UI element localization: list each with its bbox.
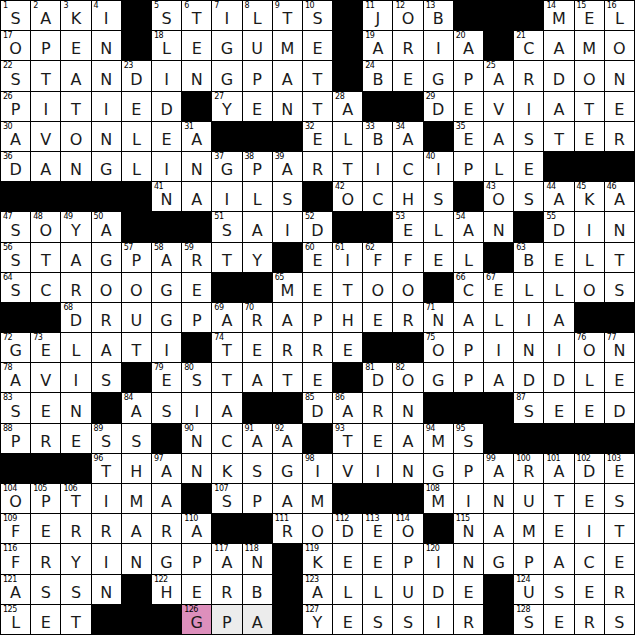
- cell-8-18[interactable]: E: [544, 243, 573, 272]
- cell-12-9[interactable]: T: [273, 363, 302, 392]
- cell-15-11[interactable]: V: [333, 454, 362, 483]
- cell-17-3[interactable]: R: [92, 514, 121, 543]
- cell-5-12[interactable]: I: [363, 152, 392, 181]
- cell-0-13[interactable]: 12O: [393, 1, 422, 30]
- cell-14-7[interactable]: C: [212, 424, 241, 453]
- cell-4-16[interactable]: A: [484, 122, 513, 151]
- cell-8-0[interactable]: 56S: [1, 243, 30, 272]
- cell-20-2[interactable]: T: [61, 605, 90, 634]
- cell-5-7[interactable]: 37G: [212, 152, 241, 181]
- cell-16-17[interactable]: U: [514, 484, 543, 513]
- cell-0-19[interactable]: 15E: [575, 1, 604, 30]
- cell-7-10[interactable]: 52D: [303, 212, 332, 241]
- cell-3-17[interactable]: I: [514, 92, 543, 121]
- cell-18-3[interactable]: I: [92, 544, 121, 573]
- cell-14-11[interactable]: 93T: [333, 424, 362, 453]
- cell-7-14[interactable]: L: [424, 212, 453, 241]
- cell-11-5[interactable]: I: [152, 333, 181, 362]
- cell-2-3[interactable]: N: [92, 61, 121, 90]
- cell-11-3[interactable]: A: [92, 333, 121, 362]
- cell-3-4[interactable]: E: [122, 92, 151, 121]
- cell-3-5[interactable]: D: [152, 92, 181, 121]
- cell-8-5[interactable]: 58A: [152, 243, 181, 272]
- cell-18-14[interactable]: 120I: [424, 544, 453, 573]
- cell-11-15[interactable]: P: [454, 333, 483, 362]
- cell-9-3[interactable]: O: [92, 273, 121, 302]
- cell-11-16[interactable]: I: [484, 333, 513, 362]
- cell-8-11[interactable]: 61I: [333, 243, 362, 272]
- cell-20-11[interactable]: E: [333, 605, 362, 634]
- cell-18-19[interactable]: C: [575, 544, 604, 573]
- cell-1-5[interactable]: 18L: [152, 31, 181, 60]
- cell-11-8[interactable]: E: [243, 333, 272, 362]
- cell-5-8[interactable]: 38P: [243, 152, 272, 181]
- cell-2-7[interactable]: G: [212, 61, 241, 90]
- cell-19-2[interactable]: S: [61, 575, 90, 604]
- cell-17-12[interactable]: 113E: [363, 514, 392, 543]
- cell-1-8[interactable]: U: [243, 31, 272, 60]
- cell-2-1[interactable]: T: [31, 61, 60, 90]
- cell-13-6[interactable]: I: [182, 393, 211, 422]
- cell-11-0[interactable]: 72G: [1, 333, 30, 362]
- cell-20-17[interactable]: 128S: [514, 605, 543, 634]
- cell-19-8[interactable]: B: [243, 575, 272, 604]
- cell-5-0[interactable]: 36D: [1, 152, 30, 181]
- cell-17-13[interactable]: 114O: [393, 514, 422, 543]
- cell-0-5[interactable]: 5S: [152, 1, 181, 30]
- cell-0-6[interactable]: 6T: [182, 1, 211, 30]
- cell-17-1[interactable]: E: [31, 514, 60, 543]
- cell-1-1[interactable]: P: [31, 31, 60, 60]
- cell-20-8[interactable]: A: [243, 605, 272, 634]
- cell-3-8[interactable]: E: [243, 92, 272, 121]
- cell-16-0[interactable]: 104O: [1, 484, 30, 513]
- cell-12-10[interactable]: E: [303, 363, 332, 392]
- cell-8-6[interactable]: 59R: [182, 243, 211, 272]
- cell-9-11[interactable]: T: [333, 273, 362, 302]
- cell-9-2[interactable]: R: [61, 273, 90, 302]
- cell-6-6[interactable]: A: [182, 182, 211, 211]
- cell-17-18[interactable]: E: [544, 514, 573, 543]
- cell-18-6[interactable]: P: [182, 544, 211, 573]
- cell-12-20[interactable]: E: [605, 363, 634, 392]
- cell-14-14[interactable]: 94M: [424, 424, 453, 453]
- cell-17-15[interactable]: 115N: [454, 514, 483, 543]
- cell-3-14[interactable]: 29D: [424, 92, 453, 121]
- cell-15-5[interactable]: 97A: [152, 454, 181, 483]
- cell-4-10[interactable]: 32E: [303, 122, 332, 151]
- cell-6-12[interactable]: C: [363, 182, 392, 211]
- cell-1-9[interactable]: M: [273, 31, 302, 60]
- cell-19-19[interactable]: E: [575, 575, 604, 604]
- cell-16-16[interactable]: N: [484, 484, 513, 513]
- cell-5-5[interactable]: I: [152, 152, 181, 181]
- cell-14-4[interactable]: S: [122, 424, 151, 453]
- cell-14-2[interactable]: E: [61, 424, 90, 453]
- cell-6-14[interactable]: S: [424, 182, 453, 211]
- cell-18-11[interactable]: E: [333, 544, 362, 573]
- cell-16-18[interactable]: T: [544, 484, 573, 513]
- cell-10-9[interactable]: A: [273, 303, 302, 332]
- cell-7-9[interactable]: I: [273, 212, 302, 241]
- cell-2-16[interactable]: 25A: [484, 61, 513, 90]
- cell-13-10[interactable]: 85D: [303, 393, 332, 422]
- cell-8-20[interactable]: T: [605, 243, 634, 272]
- cell-12-2[interactable]: I: [61, 363, 90, 392]
- cell-18-13[interactable]: P: [393, 544, 422, 573]
- cell-15-19[interactable]: 102D: [575, 454, 604, 483]
- cell-6-20[interactable]: 46A: [605, 182, 634, 211]
- cell-6-9[interactable]: S: [273, 182, 302, 211]
- cell-2-14[interactable]: G: [424, 61, 453, 90]
- cell-12-16[interactable]: A: [484, 363, 513, 392]
- cell-8-3[interactable]: G: [92, 243, 121, 272]
- cell-9-18[interactable]: L: [544, 273, 573, 302]
- cell-15-20[interactable]: 103E: [605, 454, 634, 483]
- cell-19-1[interactable]: S: [31, 575, 60, 604]
- cell-17-2[interactable]: R: [61, 514, 90, 543]
- cell-3-11[interactable]: 28A: [333, 92, 362, 121]
- cell-0-7[interactable]: 7I: [212, 1, 241, 30]
- cell-6-17[interactable]: S: [514, 182, 543, 211]
- cell-18-10[interactable]: 119K: [303, 544, 332, 573]
- cell-13-13[interactable]: N: [393, 393, 422, 422]
- cell-8-17[interactable]: 63B: [514, 243, 543, 272]
- cell-20-7[interactable]: P: [212, 605, 241, 634]
- cell-18-1[interactable]: R: [31, 544, 60, 573]
- cell-15-18[interactable]: 101A: [544, 454, 573, 483]
- cell-2-5[interactable]: I: [152, 61, 181, 90]
- cell-15-14[interactable]: G: [424, 454, 453, 483]
- cell-12-5[interactable]: 79E: [152, 363, 181, 392]
- cell-7-7[interactable]: 51S: [212, 212, 241, 241]
- cell-18-2[interactable]: Y: [61, 544, 90, 573]
- cell-15-9[interactable]: G: [273, 454, 302, 483]
- cell-8-1[interactable]: T: [31, 243, 60, 272]
- cell-9-9[interactable]: 65M: [273, 273, 302, 302]
- cell-16-19[interactable]: E: [575, 484, 604, 513]
- cell-2-13[interactable]: E: [393, 61, 422, 90]
- cell-4-17[interactable]: S: [514, 122, 543, 151]
- cell-3-0[interactable]: 26P: [1, 92, 30, 121]
- cell-18-17[interactable]: P: [514, 544, 543, 573]
- cell-19-12[interactable]: L: [363, 575, 392, 604]
- cell-0-20[interactable]: 16L: [605, 1, 634, 30]
- cell-19-3[interactable]: N: [92, 575, 121, 604]
- cell-2-6[interactable]: N: [182, 61, 211, 90]
- cell-8-7[interactable]: T: [212, 243, 241, 272]
- cell-17-0[interactable]: 109F: [1, 514, 30, 543]
- cell-19-5[interactable]: 122H: [152, 575, 181, 604]
- cell-1-20[interactable]: O: [605, 31, 634, 60]
- cell-7-16[interactable]: N: [484, 212, 513, 241]
- cell-8-14[interactable]: E: [424, 243, 453, 272]
- cell-16-20[interactable]: S: [605, 484, 634, 513]
- cell-2-10[interactable]: T: [303, 61, 332, 90]
- cell-7-2[interactable]: 49Y: [61, 212, 90, 241]
- cell-19-10[interactable]: 123A: [303, 575, 332, 604]
- cell-13-11[interactable]: 86A: [333, 393, 362, 422]
- cell-0-8[interactable]: 8L: [243, 1, 272, 30]
- cell-17-6[interactable]: 110A: [182, 514, 211, 543]
- cell-5-13[interactable]: C: [393, 152, 422, 181]
- cell-11-20[interactable]: 77N: [605, 333, 634, 362]
- cell-17-16[interactable]: A: [484, 514, 513, 543]
- cell-20-10[interactable]: 127Y: [303, 605, 332, 634]
- cell-14-3[interactable]: 89S: [92, 424, 121, 453]
- cell-1-19[interactable]: M: [575, 31, 604, 60]
- cell-2-0[interactable]: 22S: [1, 61, 30, 90]
- cell-12-15[interactable]: P: [454, 363, 483, 392]
- cell-15-13[interactable]: N: [393, 454, 422, 483]
- cell-12-13[interactable]: 82O: [393, 363, 422, 392]
- cell-4-13[interactable]: 34A: [393, 122, 422, 151]
- cell-14-15[interactable]: 95S: [454, 424, 483, 453]
- cell-1-10[interactable]: E: [303, 31, 332, 60]
- cell-13-2[interactable]: N: [61, 393, 90, 422]
- cell-10-10[interactable]: P: [303, 303, 332, 332]
- cell-5-1[interactable]: A: [31, 152, 60, 181]
- cell-19-17[interactable]: 124U: [514, 575, 543, 604]
- cell-1-14[interactable]: I: [424, 31, 453, 60]
- cell-5-17[interactable]: E: [514, 152, 543, 181]
- cell-11-11[interactable]: E: [333, 333, 362, 362]
- cell-3-1[interactable]: I: [31, 92, 60, 121]
- cell-1-17[interactable]: 21C: [514, 31, 543, 60]
- cell-11-14[interactable]: 75O: [424, 333, 453, 362]
- cell-4-1[interactable]: V: [31, 122, 60, 151]
- cell-0-10[interactable]: 10S: [303, 1, 332, 30]
- cell-1-0[interactable]: 17O: [1, 31, 30, 60]
- cell-5-9[interactable]: 39A: [273, 152, 302, 181]
- cell-16-15[interactable]: I: [454, 484, 483, 513]
- cell-7-1[interactable]: 48O: [31, 212, 60, 241]
- cell-15-12[interactable]: I: [363, 454, 392, 483]
- cell-0-14[interactable]: 13B: [424, 1, 453, 30]
- cell-2-2[interactable]: A: [61, 61, 90, 90]
- cell-19-6[interactable]: E: [182, 575, 211, 604]
- cell-9-0[interactable]: 64S: [1, 273, 30, 302]
- cell-5-16[interactable]: L: [484, 152, 513, 181]
- cell-20-14[interactable]: I: [424, 605, 453, 634]
- cell-8-4[interactable]: 57P: [122, 243, 151, 272]
- cell-12-3[interactable]: S: [92, 363, 121, 392]
- cell-4-4[interactable]: L: [122, 122, 151, 151]
- cell-4-3[interactable]: N: [92, 122, 121, 151]
- cell-4-19[interactable]: E: [575, 122, 604, 151]
- cell-17-5[interactable]: R: [152, 514, 181, 543]
- cell-13-12[interactable]: R: [363, 393, 392, 422]
- cell-9-20[interactable]: S: [605, 273, 634, 302]
- cell-4-15[interactable]: 35E: [454, 122, 483, 151]
- cell-9-17[interactable]: L: [514, 273, 543, 302]
- cell-14-6[interactable]: 90N: [182, 424, 211, 453]
- cell-10-17[interactable]: I: [514, 303, 543, 332]
- cell-6-16[interactable]: 43O: [484, 182, 513, 211]
- cell-10-16[interactable]: L: [484, 303, 513, 332]
- cell-10-14[interactable]: 71N: [424, 303, 453, 332]
- cell-5-2[interactable]: N: [61, 152, 90, 181]
- cell-17-10[interactable]: O: [303, 514, 332, 543]
- cell-2-8[interactable]: P: [243, 61, 272, 90]
- cell-2-18[interactable]: D: [544, 61, 573, 90]
- cell-4-11[interactable]: L: [333, 122, 362, 151]
- cell-6-5[interactable]: 41N: [152, 182, 181, 211]
- cell-14-13[interactable]: A: [393, 424, 422, 453]
- cell-20-0[interactable]: 125L: [1, 605, 30, 634]
- cell-1-2[interactable]: E: [61, 31, 90, 60]
- cell-18-8[interactable]: 118N: [243, 544, 272, 573]
- cell-10-3[interactable]: R: [92, 303, 121, 332]
- cell-10-7[interactable]: 69A: [212, 303, 241, 332]
- cell-4-6[interactable]: 31A: [182, 122, 211, 151]
- cell-14-8[interactable]: 91A: [243, 424, 272, 453]
- cell-13-20[interactable]: D: [605, 393, 634, 422]
- cell-8-15[interactable]: L: [454, 243, 483, 272]
- cell-10-15[interactable]: A: [454, 303, 483, 332]
- cell-18-18[interactable]: A: [544, 544, 573, 573]
- cell-3-20[interactable]: E: [605, 92, 634, 121]
- cell-13-18[interactable]: E: [544, 393, 573, 422]
- cell-17-9[interactable]: 111R: [273, 514, 302, 543]
- cell-3-7[interactable]: 27Y: [212, 92, 241, 121]
- cell-8-12[interactable]: 62F: [363, 243, 392, 272]
- cell-13-0[interactable]: 83S: [1, 393, 30, 422]
- cell-5-4[interactable]: L: [122, 152, 151, 181]
- cell-8-13[interactable]: F: [393, 243, 422, 272]
- cell-20-6[interactable]: 126G: [182, 605, 211, 634]
- cell-20-19[interactable]: R: [575, 605, 604, 634]
- cell-15-8[interactable]: S: [243, 454, 272, 483]
- cell-13-5[interactable]: S: [152, 393, 181, 422]
- cell-15-7[interactable]: K: [212, 454, 241, 483]
- cell-2-20[interactable]: N: [605, 61, 634, 90]
- cell-19-7[interactable]: R: [212, 575, 241, 604]
- cell-3-15[interactable]: E: [454, 92, 483, 121]
- cell-8-8[interactable]: Y: [243, 243, 272, 272]
- cell-1-12[interactable]: 19A: [363, 31, 392, 60]
- cell-4-20[interactable]: R: [605, 122, 634, 151]
- cell-13-7[interactable]: A: [212, 393, 241, 422]
- cell-7-3[interactable]: 50A: [92, 212, 121, 241]
- cell-18-15[interactable]: N: [454, 544, 483, 573]
- cell-7-15[interactable]: 54A: [454, 212, 483, 241]
- cell-12-0[interactable]: 78A: [1, 363, 30, 392]
- cell-4-2[interactable]: O: [61, 122, 90, 151]
- cell-18-5[interactable]: G: [152, 544, 181, 573]
- cell-2-4[interactable]: 23D: [122, 61, 151, 90]
- cell-12-1[interactable]: V: [31, 363, 60, 392]
- cell-7-0[interactable]: 47S: [1, 212, 30, 241]
- cell-7-13[interactable]: 53E: [393, 212, 422, 241]
- cell-6-7[interactable]: I: [212, 182, 241, 211]
- cell-18-7[interactable]: 117A: [212, 544, 241, 573]
- cell-18-0[interactable]: 116F: [1, 544, 30, 573]
- cell-11-19[interactable]: 76O: [575, 333, 604, 362]
- cell-9-13[interactable]: O: [393, 273, 422, 302]
- cell-9-6[interactable]: E: [182, 273, 211, 302]
- cell-15-17[interactable]: 100R: [514, 454, 543, 483]
- cell-16-9[interactable]: A: [273, 484, 302, 513]
- cell-5-14[interactable]: 40I: [424, 152, 453, 181]
- cell-13-1[interactable]: E: [31, 393, 60, 422]
- cell-16-2[interactable]: 106T: [61, 484, 90, 513]
- cell-17-4[interactable]: A: [122, 514, 151, 543]
- cell-12-18[interactable]: D: [544, 363, 573, 392]
- cell-6-19[interactable]: 45K: [575, 182, 604, 211]
- cell-18-16[interactable]: G: [484, 544, 513, 573]
- cell-0-0[interactable]: 1S: [1, 1, 30, 30]
- cell-9-15[interactable]: 66C: [454, 273, 483, 302]
- cell-3-10[interactable]: T: [303, 92, 332, 121]
- cell-11-10[interactable]: R: [303, 333, 332, 362]
- cell-16-4[interactable]: M: [122, 484, 151, 513]
- cell-19-14[interactable]: D: [424, 575, 453, 604]
- cell-12-19[interactable]: L: [575, 363, 604, 392]
- cell-11-1[interactable]: 73E: [31, 333, 60, 362]
- cell-2-12[interactable]: 24B: [363, 61, 392, 90]
- cell-17-17[interactable]: M: [514, 514, 543, 543]
- cell-17-19[interactable]: I: [575, 514, 604, 543]
- cell-16-5[interactable]: A: [152, 484, 181, 513]
- cell-11-17[interactable]: N: [514, 333, 543, 362]
- cell-10-18[interactable]: A: [544, 303, 573, 332]
- cell-15-4[interactable]: H: [122, 454, 151, 483]
- cell-5-6[interactable]: N: [182, 152, 211, 181]
- cell-8-19[interactable]: L: [575, 243, 604, 272]
- cell-1-13[interactable]: R: [393, 31, 422, 60]
- cell-12-8[interactable]: A: [243, 363, 272, 392]
- cell-7-19[interactable]: I: [575, 212, 604, 241]
- cell-3-16[interactable]: V: [484, 92, 513, 121]
- cell-20-15[interactable]: R: [454, 605, 483, 634]
- cell-5-15[interactable]: P: [454, 152, 483, 181]
- cell-1-6[interactable]: E: [182, 31, 211, 60]
- cell-3-2[interactable]: T: [61, 92, 90, 121]
- cell-3-9[interactable]: N: [273, 92, 302, 121]
- cell-4-5[interactable]: E: [152, 122, 181, 151]
- cell-3-3[interactable]: I: [92, 92, 121, 121]
- cell-0-9[interactable]: 9T: [273, 1, 302, 30]
- cell-12-6[interactable]: 80S: [182, 363, 211, 392]
- cell-6-8[interactable]: L: [243, 182, 272, 211]
- cell-2-15[interactable]: P: [454, 61, 483, 90]
- cell-19-13[interactable]: U: [393, 575, 422, 604]
- cell-16-7[interactable]: 107S: [212, 484, 241, 513]
- cell-3-19[interactable]: T: [575, 92, 604, 121]
- cell-1-3[interactable]: N: [92, 31, 121, 60]
- cell-8-2[interactable]: A: [61, 243, 90, 272]
- cell-8-10[interactable]: 60E: [303, 243, 332, 272]
- cell-10-13[interactable]: R: [393, 303, 422, 332]
- cell-6-13[interactable]: H: [393, 182, 422, 211]
- cell-15-6[interactable]: N: [182, 454, 211, 483]
- cell-14-0[interactable]: 88P: [1, 424, 30, 453]
- cell-18-4[interactable]: N: [122, 544, 151, 573]
- cell-9-5[interactable]: G: [152, 273, 181, 302]
- cell-7-20[interactable]: N: [605, 212, 634, 241]
- cell-15-3[interactable]: 96T: [92, 454, 121, 483]
- cell-0-18[interactable]: 14M: [544, 1, 573, 30]
- cell-20-1[interactable]: E: [31, 605, 60, 634]
- cell-20-20[interactable]: S: [605, 605, 634, 634]
- cell-16-14[interactable]: 108M: [424, 484, 453, 513]
- cell-10-11[interactable]: H: [333, 303, 362, 332]
- cell-14-1[interactable]: R: [31, 424, 60, 453]
- cell-15-10[interactable]: 98I: [303, 454, 332, 483]
- cell-19-15[interactable]: E: [454, 575, 483, 604]
- cell-15-15[interactable]: P: [454, 454, 483, 483]
